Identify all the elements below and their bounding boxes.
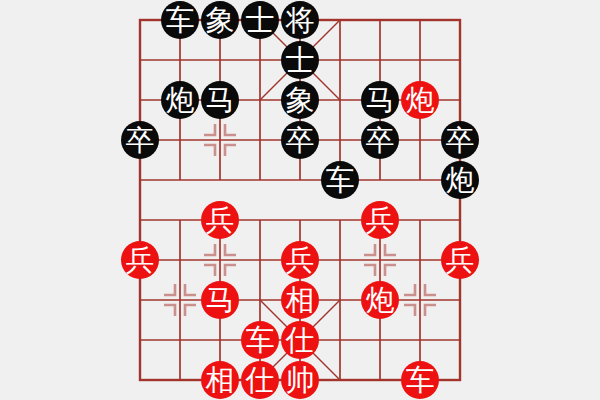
piece-black-elephant[interactable]: 象: [201, 1, 239, 39]
piece-black-chariot[interactable]: 车: [321, 161, 359, 199]
point-marker: [204, 145, 215, 156]
piece-red-horse[interactable]: 马: [201, 281, 239, 319]
piece-black-soldier[interactable]: 卒: [361, 121, 399, 159]
piece-black-soldier[interactable]: 卒: [281, 121, 319, 159]
point-marker: [204, 265, 215, 276]
piece-red-king[interactable]: 帅: [281, 361, 319, 399]
point-marker: [364, 265, 375, 276]
piece-red-soldier[interactable]: 兵: [441, 241, 479, 279]
point-marker: [204, 124, 215, 135]
piece-red-soldier[interactable]: 兵: [201, 201, 239, 239]
piece-red-soldier[interactable]: 兵: [121, 241, 159, 279]
point-marker: [164, 305, 175, 316]
piece-red-cannon[interactable]: 炮: [401, 81, 439, 119]
piece-black-cannon[interactable]: 炮: [441, 161, 479, 199]
xiangqi-board[interactable]: 车象士将士炮马象马炮卒卒卒卒车炮兵兵兵兵兵马相炮车仕相仕帅车: [0, 0, 600, 400]
piece-black-soldier[interactable]: 卒: [121, 121, 159, 159]
piece-black-advisor[interactable]: 士: [281, 41, 319, 79]
point-marker: [425, 284, 436, 295]
piece-red-elephant[interactable]: 相: [201, 361, 239, 399]
point-marker: [164, 284, 175, 295]
point-marker: [385, 265, 396, 276]
piece-black-horse[interactable]: 马: [201, 81, 239, 119]
point-marker: [385, 244, 396, 255]
point-marker: [425, 305, 436, 316]
point-marker: [404, 305, 415, 316]
piece-black-advisor[interactable]: 士: [241, 1, 279, 39]
point-marker: [404, 284, 415, 295]
piece-black-king[interactable]: 将: [281, 1, 319, 39]
piece-red-cannon[interactable]: 炮: [361, 281, 399, 319]
piece-black-horse[interactable]: 马: [361, 81, 399, 119]
point-marker: [185, 305, 196, 316]
point-marker: [225, 145, 236, 156]
point-marker: [225, 244, 236, 255]
piece-red-soldier[interactable]: 兵: [281, 241, 319, 279]
point-marker: [225, 124, 236, 135]
piece-black-chariot[interactable]: 车: [161, 1, 199, 39]
point-marker: [185, 284, 196, 295]
point-marker: [204, 244, 215, 255]
piece-black-soldier[interactable]: 卒: [441, 121, 479, 159]
piece-black-elephant[interactable]: 象: [281, 81, 319, 119]
piece-red-soldier[interactable]: 兵: [361, 201, 399, 239]
point-marker: [364, 244, 375, 255]
piece-black-cannon[interactable]: 炮: [161, 81, 199, 119]
piece-red-advisor[interactable]: 仕: [241, 361, 279, 399]
piece-red-elephant[interactable]: 相: [281, 281, 319, 319]
piece-red-chariot[interactable]: 车: [241, 321, 279, 359]
screenshot-canvas: 车象士将士炮马象马炮卒卒卒卒车炮兵兵兵兵兵马相炮车仕相仕帅车: [0, 0, 600, 400]
piece-red-advisor[interactable]: 仕: [281, 321, 319, 359]
piece-red-chariot[interactable]: 车: [401, 361, 439, 399]
point-marker: [225, 265, 236, 276]
